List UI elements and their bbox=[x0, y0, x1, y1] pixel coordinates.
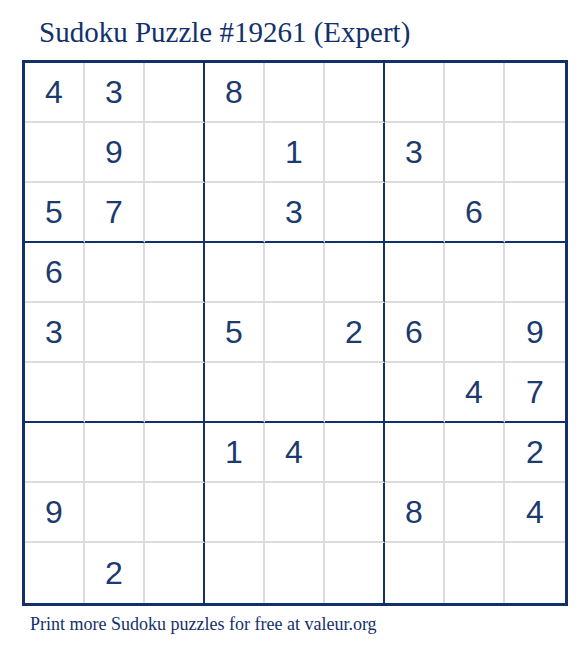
sudoku-board: 4389135736635269471429842 bbox=[22, 60, 568, 606]
cell-r8c1[interactable]: 9 bbox=[25, 483, 85, 543]
cell-r3c9[interactable] bbox=[505, 183, 565, 243]
cell-r2c5[interactable]: 1 bbox=[265, 123, 325, 183]
cell-r2c7[interactable]: 3 bbox=[385, 123, 445, 183]
cell-r3c2[interactable]: 7 bbox=[85, 183, 145, 243]
cell-r2c9[interactable] bbox=[505, 123, 565, 183]
cell-r6c4[interactable] bbox=[205, 363, 265, 423]
cell-r7c9[interactable]: 2 bbox=[505, 423, 565, 483]
cell-r3c7[interactable] bbox=[385, 183, 445, 243]
cell-r1c3[interactable] bbox=[145, 63, 205, 123]
cell-r6c2[interactable] bbox=[85, 363, 145, 423]
cell-r1c9[interactable] bbox=[505, 63, 565, 123]
cell-r5c2[interactable] bbox=[85, 303, 145, 363]
cell-r1c8[interactable] bbox=[445, 63, 505, 123]
cell-r7c6[interactable] bbox=[325, 423, 385, 483]
cell-r7c8[interactable] bbox=[445, 423, 505, 483]
cell-r7c7[interactable] bbox=[385, 423, 445, 483]
cell-r5c6[interactable]: 2 bbox=[325, 303, 385, 363]
cell-r4c9[interactable] bbox=[505, 243, 565, 303]
cell-r9c8[interactable] bbox=[445, 543, 505, 603]
cell-r7c3[interactable] bbox=[145, 423, 205, 483]
cell-r1c6[interactable] bbox=[325, 63, 385, 123]
cell-r9c2[interactable]: 2 bbox=[85, 543, 145, 603]
cell-r3c8[interactable]: 6 bbox=[445, 183, 505, 243]
cell-r6c6[interactable] bbox=[325, 363, 385, 423]
cell-r1c4[interactable]: 8 bbox=[205, 63, 265, 123]
cell-r5c8[interactable] bbox=[445, 303, 505, 363]
cell-r4c4[interactable] bbox=[205, 243, 265, 303]
cell-r1c5[interactable] bbox=[265, 63, 325, 123]
cell-r9c7[interactable] bbox=[385, 543, 445, 603]
cell-r1c2[interactable]: 3 bbox=[85, 63, 145, 123]
cell-r2c2[interactable]: 9 bbox=[85, 123, 145, 183]
cell-r4c3[interactable] bbox=[145, 243, 205, 303]
cell-r4c6[interactable] bbox=[325, 243, 385, 303]
cell-r8c3[interactable] bbox=[145, 483, 205, 543]
cell-r2c1[interactable] bbox=[25, 123, 85, 183]
cell-r8c5[interactable] bbox=[265, 483, 325, 543]
cell-r5c9[interactable]: 9 bbox=[505, 303, 565, 363]
cell-r8c8[interactable] bbox=[445, 483, 505, 543]
cell-r6c7[interactable] bbox=[385, 363, 445, 423]
cell-r6c3[interactable] bbox=[145, 363, 205, 423]
cell-r2c3[interactable] bbox=[145, 123, 205, 183]
cell-r4c5[interactable] bbox=[265, 243, 325, 303]
cell-r8c2[interactable] bbox=[85, 483, 145, 543]
cell-r8c7[interactable]: 8 bbox=[385, 483, 445, 543]
cell-r3c5[interactable]: 3 bbox=[265, 183, 325, 243]
cell-r3c4[interactable] bbox=[205, 183, 265, 243]
cell-r8c6[interactable] bbox=[325, 483, 385, 543]
cell-r9c4[interactable] bbox=[205, 543, 265, 603]
cell-r4c7[interactable] bbox=[385, 243, 445, 303]
cell-r6c5[interactable] bbox=[265, 363, 325, 423]
cell-r6c1[interactable] bbox=[25, 363, 85, 423]
cell-r4c8[interactable] bbox=[445, 243, 505, 303]
cell-r7c2[interactable] bbox=[85, 423, 145, 483]
cell-r4c2[interactable] bbox=[85, 243, 145, 303]
cell-r1c1[interactable]: 4 bbox=[25, 63, 85, 123]
cell-r7c4[interactable]: 1 bbox=[205, 423, 265, 483]
cell-r9c9[interactable] bbox=[505, 543, 565, 603]
cell-r7c1[interactable] bbox=[25, 423, 85, 483]
cell-r2c4[interactable] bbox=[205, 123, 265, 183]
cell-r2c6[interactable] bbox=[325, 123, 385, 183]
cell-r3c1[interactable]: 5 bbox=[25, 183, 85, 243]
cell-r9c5[interactable] bbox=[265, 543, 325, 603]
cell-r5c7[interactable]: 6 bbox=[385, 303, 445, 363]
page-title: Sudoku Puzzle #19261 (Expert) bbox=[39, 16, 410, 49]
cell-r5c4[interactable]: 5 bbox=[205, 303, 265, 363]
cell-r8c9[interactable]: 4 bbox=[505, 483, 565, 543]
cell-r1c7[interactable] bbox=[385, 63, 445, 123]
footer-text: Print more Sudoku puzzles for free at va… bbox=[30, 614, 377, 635]
cell-r6c8[interactable]: 4 bbox=[445, 363, 505, 423]
cell-r3c3[interactable] bbox=[145, 183, 205, 243]
cell-r4c1[interactable]: 6 bbox=[25, 243, 85, 303]
cell-r3c6[interactable] bbox=[325, 183, 385, 243]
page: Sudoku Puzzle #19261 (Expert) 4389135736… bbox=[0, 0, 580, 651]
cell-r9c1[interactable] bbox=[25, 543, 85, 603]
cell-r6c9[interactable]: 7 bbox=[505, 363, 565, 423]
cell-r9c3[interactable] bbox=[145, 543, 205, 603]
cell-r9c6[interactable] bbox=[325, 543, 385, 603]
cell-r5c1[interactable]: 3 bbox=[25, 303, 85, 363]
cell-r8c4[interactable] bbox=[205, 483, 265, 543]
cell-r2c8[interactable] bbox=[445, 123, 505, 183]
cell-r7c5[interactable]: 4 bbox=[265, 423, 325, 483]
cell-r5c5[interactable] bbox=[265, 303, 325, 363]
cell-r5c3[interactable] bbox=[145, 303, 205, 363]
